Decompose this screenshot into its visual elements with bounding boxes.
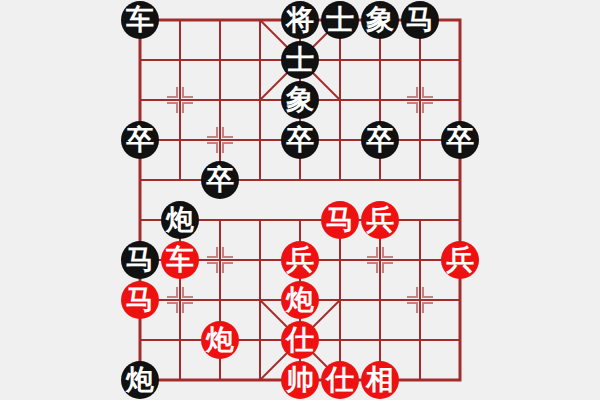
board-grid[interactable]: 车将士象马士象卒卒卒卒卒炮马兵马车兵兵马炮炮仕炮帅仕相 (120, 0, 480, 400)
piece-black-horse[interactable]: 马 (401, 1, 439, 39)
piece-red-horse[interactable]: 马 (121, 281, 159, 319)
piece-red-soldier[interactable]: 兵 (441, 241, 479, 279)
piece-red-advisor[interactable]: 仕 (321, 361, 359, 399)
piece-black-soldier[interactable]: 卒 (281, 121, 319, 159)
piece-red-cannon[interactable]: 炮 (281, 281, 319, 319)
point-marker (367, 247, 393, 273)
piece-black-soldier[interactable]: 卒 (201, 161, 239, 199)
piece-red-chariot[interactable]: 车 (161, 241, 199, 279)
piece-red-advisor[interactable]: 仕 (281, 321, 319, 359)
xiangqi-board: 车将士象马士象卒卒卒卒卒炮马兵马车兵兵马炮炮仕炮帅仕相 (0, 0, 600, 400)
point-marker (407, 87, 433, 113)
point-marker (207, 247, 233, 273)
piece-red-cannon[interactable]: 炮 (201, 321, 239, 359)
piece-red-soldier[interactable]: 兵 (361, 201, 399, 239)
piece-red-general[interactable]: 帅 (281, 361, 319, 399)
piece-black-soldier[interactable]: 卒 (361, 121, 399, 159)
piece-black-chariot[interactable]: 车 (121, 1, 159, 39)
piece-black-soldier[interactable]: 卒 (441, 121, 479, 159)
piece-black-elephant[interactable]: 象 (361, 1, 399, 39)
piece-black-horse[interactable]: 马 (121, 241, 159, 279)
piece-red-elephant[interactable]: 相 (361, 361, 399, 399)
piece-black-general[interactable]: 将 (281, 1, 319, 39)
piece-red-horse[interactable]: 马 (321, 201, 359, 239)
piece-black-advisor[interactable]: 士 (281, 41, 319, 79)
piece-black-elephant[interactable]: 象 (281, 81, 319, 119)
piece-black-cannon[interactable]: 炮 (161, 201, 199, 239)
point-marker (167, 87, 193, 113)
point-marker (167, 287, 193, 313)
piece-red-soldier[interactable]: 兵 (281, 241, 319, 279)
piece-black-advisor[interactable]: 士 (321, 1, 359, 39)
piece-black-cannon[interactable]: 炮 (121, 361, 159, 399)
piece-black-soldier[interactable]: 卒 (121, 121, 159, 159)
point-marker (407, 287, 433, 313)
point-marker (207, 127, 233, 153)
